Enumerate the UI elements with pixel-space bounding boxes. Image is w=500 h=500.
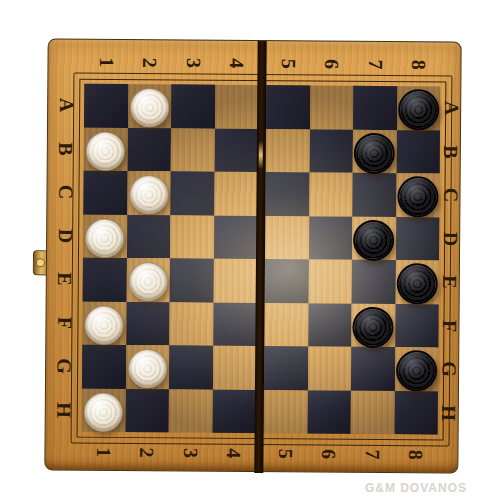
square-B3[interactable]	[171, 128, 215, 172]
label-left-D: D	[47, 214, 83, 258]
label-right-A: A	[440, 86, 462, 130]
square-G3[interactable]	[169, 345, 213, 389]
square-C1[interactable]	[83, 171, 127, 215]
bottom-file-labels-right: 5678	[263, 433, 437, 474]
label-top-3: 3	[171, 40, 215, 84]
piece-white-A2[interactable]	[130, 88, 169, 127]
square-A4[interactable]	[215, 85, 259, 129]
square-C6[interactable]	[309, 172, 353, 216]
left-rank-labels: ABCDEFGH	[46, 83, 85, 431]
square-A5[interactable]	[266, 85, 310, 129]
label-top-8: 8	[397, 42, 441, 86]
square-E1[interactable]	[83, 258, 127, 302]
square-H6[interactable]	[307, 390, 351, 434]
square-C5[interactable]	[265, 172, 309, 216]
label-left-B: B	[48, 127, 84, 171]
label-bottom-6: 6	[307, 433, 351, 473]
square-D7[interactable]	[352, 216, 396, 260]
label-left-C: C	[47, 170, 83, 214]
square-A1[interactable]	[84, 84, 128, 128]
square-B4[interactable]	[214, 128, 258, 172]
square-G7[interactable]	[351, 347, 395, 391]
label-bottom-5: 5	[263, 433, 307, 473]
folding-board: 1234 5678 1234 5678 ABCDEFGH ABCDEFGH	[44, 38, 461, 473]
square-H2[interactable]	[125, 389, 169, 433]
square-C7[interactable]	[352, 173, 396, 217]
square-F6[interactable]	[308, 303, 352, 347]
piece-black-G8[interactable]	[396, 350, 437, 391]
square-F7[interactable]	[351, 303, 395, 347]
square-C2[interactable]	[127, 171, 171, 215]
square-A7[interactable]	[353, 86, 397, 130]
piece-black-D7[interactable]	[353, 220, 394, 261]
label-left-F: F	[46, 301, 82, 345]
square-G4[interactable]	[212, 346, 256, 390]
square-B8[interactable]	[396, 130, 440, 174]
label-bottom-1: 1	[81, 432, 125, 472]
label-left-G: G	[46, 344, 82, 388]
square-D6[interactable]	[308, 216, 352, 260]
square-E6[interactable]	[308, 259, 352, 303]
square-B2[interactable]	[127, 128, 171, 172]
square-A2[interactable]	[128, 84, 172, 128]
square-G1[interactable]	[82, 345, 126, 389]
square-A3[interactable]	[171, 84, 215, 128]
label-right-E: E	[439, 260, 461, 304]
square-G2[interactable]	[125, 345, 169, 389]
piece-white-B1[interactable]	[86, 131, 125, 170]
piece-black-E8[interactable]	[396, 263, 437, 304]
square-B6[interactable]	[309, 129, 353, 173]
square-B1[interactable]	[84, 127, 128, 171]
label-top-7: 7	[353, 42, 397, 86]
label-top-6: 6	[310, 41, 354, 85]
piece-white-E2[interactable]	[128, 262, 167, 301]
top-file-labels-right: 5678	[266, 41, 440, 86]
square-C8[interactable]	[396, 173, 440, 217]
square-F8[interactable]	[395, 304, 439, 348]
bottom-file-labels-left: 1234	[81, 432, 255, 473]
label-left-A: A	[48, 83, 84, 127]
hinge-glint	[259, 141, 263, 169]
piece-white-G2[interactable]	[128, 349, 167, 388]
piece-white-H1[interactable]	[84, 392, 123, 431]
label-right-B: B	[440, 130, 462, 174]
piece-black-B7[interactable]	[354, 133, 395, 174]
piece-black-C8[interactable]	[397, 176, 438, 217]
piece-white-F1[interactable]	[85, 305, 124, 344]
watermark: G&M DOVANOS	[365, 481, 467, 495]
square-D8[interactable]	[395, 217, 439, 261]
label-top-1: 1	[84, 40, 128, 84]
square-C4[interactable]	[214, 172, 258, 216]
square-A8[interactable]	[396, 86, 440, 130]
right-rank-labels: ABCDEFGH	[438, 86, 463, 434]
square-H7[interactable]	[351, 390, 395, 434]
square-E7[interactable]	[352, 260, 396, 304]
label-left-E: E	[47, 257, 83, 301]
square-C3[interactable]	[170, 171, 214, 215]
square-H1[interactable]	[82, 388, 126, 432]
piece-white-D1[interactable]	[85, 218, 124, 257]
square-H4[interactable]	[212, 389, 256, 433]
label-right-G: G	[438, 347, 460, 391]
square-F5[interactable]	[264, 303, 308, 347]
square-D3[interactable]	[170, 215, 214, 259]
board-right-half	[264, 85, 441, 434]
square-D2[interactable]	[126, 215, 170, 259]
square-F4[interactable]	[213, 302, 257, 346]
square-E8[interactable]	[395, 260, 439, 304]
label-right-C: C	[439, 173, 461, 217]
square-H5[interactable]	[264, 390, 308, 434]
square-E4[interactable]	[213, 259, 257, 303]
square-B5[interactable]	[266, 129, 310, 173]
top-file-labels-left: 1234	[84, 40, 258, 85]
label-top-5: 5	[266, 41, 310, 85]
piece-white-C2[interactable]	[129, 175, 168, 214]
square-D4[interactable]	[213, 215, 257, 259]
square-F2[interactable]	[126, 302, 170, 346]
label-top-4: 4	[215, 41, 259, 85]
square-E3[interactable]	[170, 258, 214, 302]
square-G8[interactable]	[394, 347, 438, 391]
square-D5[interactable]	[265, 216, 309, 260]
board-left-half	[82, 84, 259, 433]
label-bottom-7: 7	[350, 434, 394, 474]
square-B7[interactable]	[353, 129, 397, 173]
label-bottom-3: 3	[168, 432, 212, 472]
square-G5[interactable]	[264, 346, 308, 390]
square-F3[interactable]	[169, 302, 213, 346]
label-bottom-2: 2	[125, 432, 169, 472]
piece-black-F7[interactable]	[353, 307, 394, 348]
square-E5[interactable]	[265, 259, 309, 303]
square-E2[interactable]	[126, 258, 170, 302]
square-F1[interactable]	[82, 301, 126, 345]
label-right-D: D	[439, 217, 461, 261]
label-top-2: 2	[128, 40, 172, 84]
square-A6[interactable]	[309, 85, 353, 129]
product-photo: 1234 5678 1234 5678 ABCDEFGH ABCDEFGH G&…	[0, 0, 500, 500]
square-H8[interactable]	[394, 391, 438, 435]
square-D1[interactable]	[83, 214, 127, 258]
piece-black-A8[interactable]	[398, 89, 439, 130]
label-right-F: F	[438, 304, 460, 348]
label-left-H: H	[46, 388, 82, 432]
label-right-H: H	[438, 391, 460, 435]
label-bottom-8: 8	[394, 434, 438, 474]
board-wrap: 1234 5678 1234 5678 ABCDEFGH ABCDEFGH	[44, 38, 461, 473]
square-G6[interactable]	[307, 346, 351, 390]
label-bottom-4: 4	[212, 433, 256, 473]
square-H3[interactable]	[169, 389, 213, 433]
